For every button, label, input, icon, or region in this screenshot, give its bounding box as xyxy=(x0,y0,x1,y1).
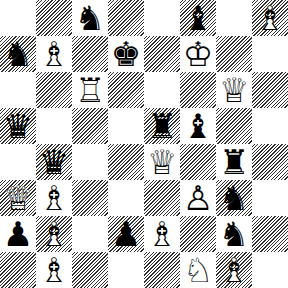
black-bishop: ♝ xyxy=(180,108,216,144)
square-d6[interactable] xyxy=(108,72,144,108)
square-d4[interactable] xyxy=(108,144,144,180)
square-b1[interactable]: ♝♗ xyxy=(36,252,72,288)
square-f7[interactable]: ♚♔ xyxy=(180,36,216,72)
square-e7[interactable] xyxy=(144,36,180,72)
square-e8[interactable] xyxy=(144,0,180,36)
black-knight: ♞ xyxy=(216,180,252,216)
square-h1[interactable] xyxy=(252,252,288,288)
square-e3[interactable] xyxy=(144,180,180,216)
square-c5[interactable] xyxy=(72,108,108,144)
square-g6[interactable]: ♛♕ xyxy=(216,72,252,108)
square-f8[interactable]: ♝ xyxy=(180,0,216,36)
black-king: ♚ xyxy=(108,36,144,72)
black-knight: ♞ xyxy=(216,216,252,252)
white-bishop: ♗ xyxy=(252,0,288,36)
white-king: ♔ xyxy=(180,36,216,72)
white-pawn: ♙ xyxy=(180,180,216,216)
square-e6[interactable] xyxy=(144,72,180,108)
black-bishop: ♝ xyxy=(180,0,216,36)
white-bishop: ♗ xyxy=(36,252,72,288)
white-queen: ♕ xyxy=(216,72,252,108)
square-c7[interactable] xyxy=(72,36,108,72)
black-queen: ♛ xyxy=(36,144,72,180)
square-h8[interactable]: ♝♗ xyxy=(252,0,288,36)
square-a3[interactable]: ♛♕ xyxy=(0,180,36,216)
white-bishop: ♗ xyxy=(36,180,72,216)
square-f4[interactable] xyxy=(180,144,216,180)
square-g5[interactable] xyxy=(216,108,252,144)
square-a7[interactable]: ♞ xyxy=(0,36,36,72)
white-rook: ♖ xyxy=(72,72,108,108)
square-h6[interactable] xyxy=(252,72,288,108)
square-e1[interactable] xyxy=(144,252,180,288)
black-rook: ♜ xyxy=(144,108,180,144)
square-c6[interactable]: ♜♖ xyxy=(72,72,108,108)
white-bishop: ♗ xyxy=(216,252,252,288)
square-d8[interactable] xyxy=(108,0,144,36)
black-rook: ♜ xyxy=(216,144,252,180)
square-g2[interactable]: ♞ xyxy=(216,216,252,252)
square-f3[interactable]: ♟♙ xyxy=(180,180,216,216)
square-h4[interactable] xyxy=(252,144,288,180)
black-knight: ♞ xyxy=(0,36,36,72)
square-g4[interactable]: ♜ xyxy=(216,144,252,180)
white-bishop: ♗ xyxy=(144,216,180,252)
square-e4[interactable]: ♛♕ xyxy=(144,144,180,180)
square-f5[interactable]: ♝ xyxy=(180,108,216,144)
square-e5[interactable]: ♜ xyxy=(144,108,180,144)
square-c1[interactable] xyxy=(72,252,108,288)
square-a1[interactable] xyxy=(0,252,36,288)
square-a2[interactable]: ♟ xyxy=(0,216,36,252)
square-a6[interactable] xyxy=(0,72,36,108)
square-c4[interactable] xyxy=(72,144,108,180)
square-h2[interactable] xyxy=(252,216,288,252)
white-bishop: ♗ xyxy=(36,216,72,252)
black-pawn: ♟ xyxy=(0,216,36,252)
square-f6[interactable] xyxy=(180,72,216,108)
white-bishop: ♗ xyxy=(36,36,72,72)
square-d2[interactable]: ♟ xyxy=(108,216,144,252)
square-h3[interactable] xyxy=(252,180,288,216)
black-knight: ♞ xyxy=(72,0,108,36)
black-queen: ♛ xyxy=(0,108,36,144)
white-knight: ♘ xyxy=(180,252,216,288)
square-b7[interactable]: ♝♗ xyxy=(36,36,72,72)
square-b6[interactable] xyxy=(36,72,72,108)
square-c3[interactable] xyxy=(72,180,108,216)
square-g7[interactable] xyxy=(216,36,252,72)
square-d1[interactable] xyxy=(108,252,144,288)
square-g8[interactable] xyxy=(216,0,252,36)
white-queen: ♕ xyxy=(144,144,180,180)
square-a5[interactable]: ♛ xyxy=(0,108,36,144)
square-h7[interactable] xyxy=(252,36,288,72)
square-b4[interactable]: ♛ xyxy=(36,144,72,180)
square-h5[interactable] xyxy=(252,108,288,144)
square-g3[interactable]: ♞ xyxy=(216,180,252,216)
black-pawn: ♟ xyxy=(108,216,144,252)
square-c8[interactable]: ♞ xyxy=(72,0,108,36)
white-queen: ♕ xyxy=(0,180,36,216)
square-f2[interactable] xyxy=(180,216,216,252)
square-g1[interactable]: ♝♗ xyxy=(216,252,252,288)
square-d3[interactable] xyxy=(108,180,144,216)
square-f1[interactable]: ♞♘ xyxy=(180,252,216,288)
square-b8[interactable] xyxy=(36,0,72,36)
square-b2[interactable]: ♝♗ xyxy=(36,216,72,252)
square-b3[interactable]: ♝♗ xyxy=(36,180,72,216)
square-d5[interactable] xyxy=(108,108,144,144)
square-e2[interactable]: ♝♗ xyxy=(144,216,180,252)
square-a8[interactable] xyxy=(0,0,36,36)
chess-board: ♞♝♝♗♞♝♗♚♚♔♜♖♛♕♛♜♝♛♛♕♜♛♕♝♗♟♙♞♟♝♗♟♝♗♞♝♗♞♘♝… xyxy=(0,0,288,288)
square-c2[interactable] xyxy=(72,216,108,252)
square-d7[interactable]: ♚ xyxy=(108,36,144,72)
square-a4[interactable] xyxy=(0,144,36,180)
square-b5[interactable] xyxy=(36,108,72,144)
